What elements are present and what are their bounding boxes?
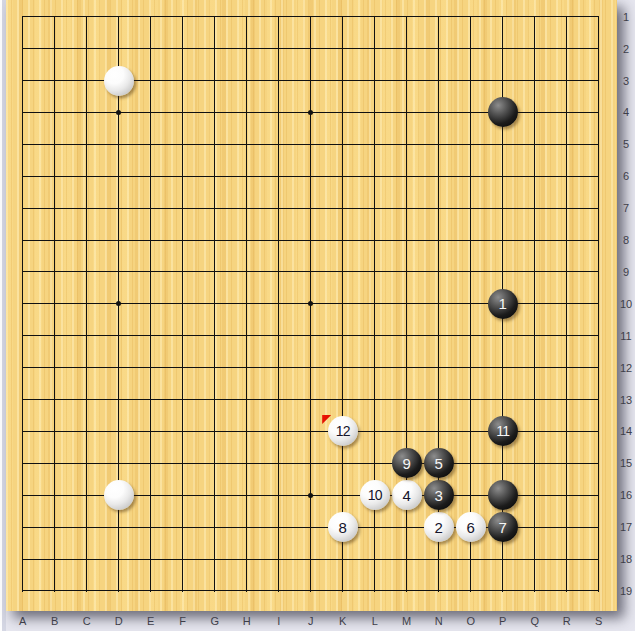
- stone-white-d3: [104, 66, 134, 96]
- grid-line-vertical: [534, 17, 535, 592]
- column-label-g: G: [210, 615, 219, 627]
- column-labels: ABCDEFGHIJKLMNOPQRS: [6, 613, 617, 631]
- row-label-9: 9: [617, 266, 635, 278]
- row-label-8: 8: [617, 234, 635, 246]
- stone-white-d16: [104, 480, 134, 510]
- stone-white-n17: 2: [424, 512, 454, 542]
- row-label-12: 12: [617, 362, 635, 374]
- grid-line-vertical: [598, 17, 599, 592]
- stone-black-p16: [488, 480, 518, 510]
- stone-black-p4: [488, 97, 518, 127]
- column-label-m: M: [402, 615, 411, 627]
- column-label-f: F: [179, 615, 186, 627]
- star-point: [116, 301, 121, 306]
- stone-white-k17: 8: [328, 512, 358, 542]
- grid-line-horizontal: [22, 367, 599, 368]
- move-number: 2: [435, 520, 443, 535]
- row-label-10: 10: [617, 298, 635, 310]
- column-label-a: A: [19, 615, 26, 627]
- grid-line-vertical: [566, 17, 567, 592]
- row-label-19: 19: [617, 585, 635, 597]
- star-point: [308, 493, 313, 498]
- column-label-d: D: [115, 615, 123, 627]
- stone-white-m16: 4: [392, 480, 422, 510]
- go-board[interactable]: 123456789101112: [6, 0, 617, 611]
- star-point: [116, 110, 121, 115]
- grid-line-horizontal: [22, 590, 599, 591]
- move-number: 9: [403, 456, 411, 471]
- row-label-7: 7: [617, 202, 635, 214]
- column-label-l: L: [372, 615, 378, 627]
- grid-line-vertical: [470, 17, 471, 592]
- column-label-k: K: [339, 615, 346, 627]
- column-label-q: Q: [530, 615, 539, 627]
- stone-black-p14: 11: [488, 416, 518, 446]
- row-label-16: 16: [617, 489, 635, 501]
- row-label-5: 5: [617, 138, 635, 150]
- grid-line-horizontal: [22, 399, 599, 400]
- move-number: 10: [368, 488, 382, 502]
- grid-line-horizontal: [22, 463, 599, 464]
- column-label-n: N: [435, 615, 443, 627]
- move-number: 11: [496, 424, 509, 438]
- row-label-18: 18: [617, 553, 635, 565]
- row-label-17: 17: [617, 521, 635, 533]
- row-label-15: 15: [617, 457, 635, 469]
- move-number: 6: [467, 520, 475, 535]
- stone-black-n16: 3: [424, 480, 454, 510]
- column-label-p: P: [499, 615, 506, 627]
- column-label-h: H: [243, 615, 251, 627]
- column-label-o: O: [466, 615, 475, 627]
- grid-line-horizontal: [22, 335, 599, 336]
- row-labels: 12345678910111213141516171819: [617, 0, 635, 611]
- stone-black-p17: 7: [488, 512, 518, 542]
- column-label-e: E: [147, 615, 154, 627]
- column-label-c: C: [83, 615, 91, 627]
- stone-white-o17: 6: [456, 512, 486, 542]
- move-number: 7: [499, 520, 507, 535]
- row-label-13: 13: [617, 394, 635, 406]
- row-label-4: 4: [617, 106, 635, 118]
- move-number: 8: [339, 520, 347, 535]
- grid-line-vertical: [342, 17, 343, 592]
- column-label-r: R: [563, 615, 571, 627]
- column-label-b: B: [51, 615, 58, 627]
- stone-white-k14: 12: [328, 416, 358, 446]
- star-point: [308, 110, 313, 115]
- move-number: 4: [403, 488, 411, 503]
- move-number: 3: [435, 488, 443, 503]
- row-label-11: 11: [617, 330, 635, 342]
- go-app-window: 123456789101112 ABCDEFGHIJKLMNOPQRS 1234…: [0, 0, 635, 631]
- move-number: 5: [435, 456, 443, 471]
- column-label-i: I: [277, 615, 280, 627]
- column-label-s: S: [595, 615, 602, 627]
- stone-black-p10: 1: [488, 289, 518, 319]
- row-label-14: 14: [617, 425, 635, 437]
- stone-black-n15: 5: [424, 448, 454, 478]
- row-label-3: 3: [617, 75, 635, 87]
- move-number: 12: [336, 424, 350, 438]
- row-label-1: 1: [617, 11, 635, 23]
- grid-line-horizontal: [22, 559, 599, 560]
- row-label-6: 6: [617, 170, 635, 182]
- row-label-2: 2: [617, 43, 635, 55]
- star-point: [308, 301, 313, 306]
- stone-white-l16: 10: [360, 480, 390, 510]
- move-number: 1: [499, 296, 507, 311]
- column-label-j: J: [308, 615, 314, 627]
- stone-black-m15: 9: [392, 448, 422, 478]
